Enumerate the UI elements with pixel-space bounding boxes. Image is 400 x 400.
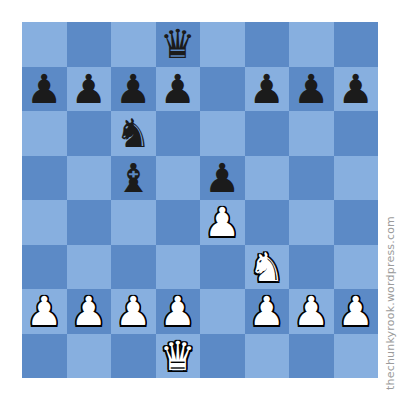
black-pawn: ♟ [334, 67, 379, 112]
square-f5[interactable] [245, 156, 290, 201]
square-h1[interactable] [334, 334, 379, 379]
square-c3[interactable] [111, 245, 156, 290]
square-a3[interactable] [22, 245, 67, 290]
square-b7[interactable]: ♟ [67, 67, 112, 112]
square-c6[interactable]: ♞ [111, 111, 156, 156]
black-queen: ♛ [156, 22, 201, 67]
black-pawn: ♟ [22, 67, 67, 112]
square-h5[interactable] [334, 156, 379, 201]
square-g4[interactable] [289, 200, 334, 245]
white-pawn: ♟ [111, 289, 156, 334]
square-c4[interactable] [111, 200, 156, 245]
black-pawn: ♟ [156, 67, 201, 112]
square-a5[interactable] [22, 156, 67, 201]
white-pawn: ♟ [289, 289, 334, 334]
watermark: thechunkyrook.wordpress.com [384, 184, 398, 390]
square-g2[interactable]: ♟ [289, 289, 334, 334]
chess-board: ♛♟♟♟♟♟♟♟♞♝♟♟♞♟♟♟♟♟♟♟♛ [22, 22, 378, 378]
white-pawn: ♟ [156, 289, 201, 334]
square-d8[interactable]: ♛ [156, 22, 201, 67]
square-b6[interactable] [67, 111, 112, 156]
square-h2[interactable]: ♟ [334, 289, 379, 334]
square-e6[interactable] [200, 111, 245, 156]
square-d5[interactable] [156, 156, 201, 201]
black-pawn: ♟ [245, 67, 290, 112]
square-a2[interactable]: ♟ [22, 289, 67, 334]
square-a7[interactable]: ♟ [22, 67, 67, 112]
square-h7[interactable]: ♟ [334, 67, 379, 112]
square-f1[interactable] [245, 334, 290, 379]
square-a8[interactable] [22, 22, 67, 67]
square-b5[interactable] [67, 156, 112, 201]
square-e1[interactable] [200, 334, 245, 379]
square-g6[interactable] [289, 111, 334, 156]
square-c1[interactable] [111, 334, 156, 379]
square-c5[interactable]: ♝ [111, 156, 156, 201]
square-f2[interactable]: ♟ [245, 289, 290, 334]
black-pawn: ♟ [111, 67, 156, 112]
square-d3[interactable] [156, 245, 201, 290]
page: ♛♟♟♟♟♟♟♟♞♝♟♟♞♟♟♟♟♟♟♟♛ thechunkyrook.word… [0, 0, 400, 400]
square-h3[interactable] [334, 245, 379, 290]
square-c8[interactable] [111, 22, 156, 67]
square-f7[interactable]: ♟ [245, 67, 290, 112]
square-d1[interactable]: ♛ [156, 334, 201, 379]
square-e2[interactable] [200, 289, 245, 334]
square-e3[interactable] [200, 245, 245, 290]
white-knight: ♞ [245, 245, 290, 290]
square-b3[interactable] [67, 245, 112, 290]
square-g8[interactable] [289, 22, 334, 67]
white-pawn: ♟ [67, 289, 112, 334]
square-a1[interactable] [22, 334, 67, 379]
square-e5[interactable]: ♟ [200, 156, 245, 201]
square-h8[interactable] [334, 22, 379, 67]
black-bishop: ♝ [111, 156, 156, 201]
square-g7[interactable]: ♟ [289, 67, 334, 112]
square-a4[interactable] [22, 200, 67, 245]
square-d6[interactable] [156, 111, 201, 156]
black-pawn: ♟ [200, 156, 245, 201]
white-pawn: ♟ [245, 289, 290, 334]
black-pawn: ♟ [289, 67, 334, 112]
black-pawn: ♟ [67, 67, 112, 112]
square-f3[interactable]: ♞ [245, 245, 290, 290]
square-g1[interactable] [289, 334, 334, 379]
white-pawn: ♟ [200, 200, 245, 245]
square-b1[interactable] [67, 334, 112, 379]
square-d2[interactable]: ♟ [156, 289, 201, 334]
square-b8[interactable] [67, 22, 112, 67]
square-e4[interactable]: ♟ [200, 200, 245, 245]
white-queen: ♛ [156, 334, 201, 379]
square-d4[interactable] [156, 200, 201, 245]
square-c7[interactable]: ♟ [111, 67, 156, 112]
square-g3[interactable] [289, 245, 334, 290]
square-b4[interactable] [67, 200, 112, 245]
square-d7[interactable]: ♟ [156, 67, 201, 112]
square-e8[interactable] [200, 22, 245, 67]
square-h6[interactable] [334, 111, 379, 156]
square-h4[interactable] [334, 200, 379, 245]
square-b2[interactable]: ♟ [67, 289, 112, 334]
white-pawn: ♟ [22, 289, 67, 334]
square-f8[interactable] [245, 22, 290, 67]
black-knight: ♞ [111, 111, 156, 156]
square-f6[interactable] [245, 111, 290, 156]
white-pawn: ♟ [334, 289, 379, 334]
square-g5[interactable] [289, 156, 334, 201]
square-f4[interactable] [245, 200, 290, 245]
square-c2[interactable]: ♟ [111, 289, 156, 334]
square-e7[interactable] [200, 67, 245, 112]
square-a6[interactable] [22, 111, 67, 156]
